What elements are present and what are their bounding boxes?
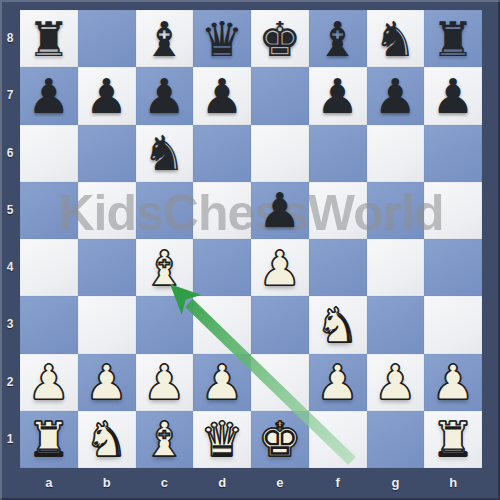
square-a4[interactable] (20, 239, 78, 296)
file-label-e: e (251, 470, 309, 498)
white-pawn-b2[interactable]: ♟ (85, 358, 128, 406)
black-pawn-e5[interactable]: ♟ (258, 186, 301, 234)
black-bishop-c8[interactable]: ♝ (143, 15, 186, 63)
square-h6[interactable] (424, 125, 482, 182)
black-rook-a8[interactable]: ♜ (27, 15, 70, 63)
square-a3[interactable] (20, 296, 78, 353)
white-pawn-c2[interactable]: ♟ (143, 358, 186, 406)
square-e5[interactable]: ♟ (251, 182, 309, 239)
white-pawn-f2[interactable]: ♟ (316, 358, 359, 406)
white-king-e1[interactable]: ♚ (258, 415, 301, 463)
file-label-c: c (136, 470, 194, 498)
black-pawn-f7[interactable]: ♟ (316, 72, 359, 120)
white-pawn-a2[interactable]: ♟ (27, 358, 70, 406)
rank-label-7: 7 (0, 67, 20, 124)
square-d4[interactable] (193, 239, 251, 296)
black-pawn-c7[interactable]: ♟ (143, 72, 186, 120)
black-pawn-h7[interactable]: ♟ (432, 72, 475, 120)
black-pawn-d7[interactable]: ♟ (201, 72, 244, 120)
square-e2[interactable] (251, 354, 309, 411)
rank-label-5: 5 (0, 182, 20, 239)
square-c6[interactable]: ♞ (136, 125, 194, 182)
white-bishop-c1[interactable]: ♝ (143, 415, 186, 463)
square-d3[interactable] (193, 296, 251, 353)
square-d7[interactable]: ♟ (193, 67, 251, 124)
square-g6[interactable] (367, 125, 425, 182)
square-h7[interactable]: ♟ (424, 67, 482, 124)
square-g4[interactable] (367, 239, 425, 296)
black-queen-d8[interactable]: ♛ (201, 15, 244, 63)
square-d5[interactable] (193, 182, 251, 239)
black-pawn-b7[interactable]: ♟ (85, 72, 128, 120)
square-h3[interactable] (424, 296, 482, 353)
white-pawn-h2[interactable]: ♟ (432, 358, 475, 406)
square-f2[interactable]: ♟ (309, 354, 367, 411)
rank-label-3: 3 (0, 296, 20, 353)
square-g3[interactable] (367, 296, 425, 353)
square-d6[interactable] (193, 125, 251, 182)
square-c1[interactable]: ♝ (136, 411, 194, 468)
square-b4[interactable] (78, 239, 136, 296)
square-f1[interactable] (309, 411, 367, 468)
white-knight-b1[interactable]: ♞ (85, 415, 128, 463)
black-rook-h8[interactable]: ♜ (432, 15, 475, 63)
square-c8[interactable]: ♝ (136, 10, 194, 67)
white-pawn-g2[interactable]: ♟ (374, 358, 417, 406)
rank-label-1: 1 (0, 411, 20, 468)
square-g2[interactable]: ♟ (367, 354, 425, 411)
square-e1[interactable]: ♚ (251, 411, 309, 468)
square-b1[interactable]: ♞ (78, 411, 136, 468)
white-rook-a1[interactable]: ♜ (27, 415, 70, 463)
black-knight-c6[interactable]: ♞ (143, 129, 186, 177)
square-g1[interactable] (367, 411, 425, 468)
white-knight-f3[interactable]: ♞ (316, 301, 359, 349)
square-d2[interactable]: ♟ (193, 354, 251, 411)
square-a5[interactable] (20, 182, 78, 239)
square-a8[interactable]: ♜ (20, 10, 78, 67)
square-b2[interactable]: ♟ (78, 354, 136, 411)
white-pawn-d2[interactable]: ♟ (201, 358, 244, 406)
white-bishop-c4[interactable]: ♝ (143, 244, 186, 292)
file-label-g: g (367, 470, 425, 498)
square-c3[interactable] (136, 296, 194, 353)
white-pawn-e4[interactable]: ♟ (258, 244, 301, 292)
square-f7[interactable]: ♟ (309, 67, 367, 124)
square-e4[interactable]: ♟ (251, 239, 309, 296)
square-b8[interactable] (78, 10, 136, 67)
white-queen-d1[interactable]: ♛ (201, 415, 244, 463)
square-c2[interactable]: ♟ (136, 354, 194, 411)
square-f5[interactable] (309, 182, 367, 239)
square-a1[interactable]: ♜ (20, 411, 78, 468)
file-label-f: f (309, 470, 367, 498)
square-g8[interactable]: ♞ (367, 10, 425, 67)
square-h8[interactable]: ♜ (424, 10, 482, 67)
square-e3[interactable] (251, 296, 309, 353)
square-h1[interactable]: ♜ (424, 411, 482, 468)
square-h4[interactable] (424, 239, 482, 296)
file-label-a: a (20, 470, 78, 498)
square-b3[interactable] (78, 296, 136, 353)
square-a2[interactable]: ♟ (20, 354, 78, 411)
chess-diagram-frame: ♜♝♛♚♝♞♜♟♟♟♟♟♟♟♞♟♝♟♞♟♟♟♟♟♟♟♜♞♝♛♚♜ 8765432… (0, 0, 500, 500)
square-e7[interactable] (251, 67, 309, 124)
square-f8[interactable]: ♝ (309, 10, 367, 67)
square-e6[interactable] (251, 125, 309, 182)
square-a6[interactable] (20, 125, 78, 182)
chess-board: ♜♝♛♚♝♞♜♟♟♟♟♟♟♟♞♟♝♟♞♟♟♟♟♟♟♟♜♞♝♛♚♜ (20, 10, 482, 468)
white-rook-h1[interactable]: ♜ (432, 415, 475, 463)
square-g7[interactable]: ♟ (367, 67, 425, 124)
file-label-b: b (78, 470, 136, 498)
black-pawn-a7[interactable]: ♟ (27, 72, 70, 120)
square-h2[interactable]: ♟ (424, 354, 482, 411)
square-b6[interactable] (78, 125, 136, 182)
square-d8[interactable]: ♛ (193, 10, 251, 67)
square-f6[interactable] (309, 125, 367, 182)
square-a7[interactable]: ♟ (20, 67, 78, 124)
square-h5[interactable] (424, 182, 482, 239)
square-g5[interactable] (367, 182, 425, 239)
square-b5[interactable] (78, 182, 136, 239)
square-e8[interactable]: ♚ (251, 10, 309, 67)
black-bishop-f8[interactable]: ♝ (316, 15, 359, 63)
square-d1[interactable]: ♛ (193, 411, 251, 468)
black-knight-g8[interactable]: ♞ (374, 15, 417, 63)
square-c7[interactable]: ♟ (136, 67, 194, 124)
rank-label-8: 8 (0, 10, 20, 67)
rank-label-4: 4 (0, 239, 20, 296)
square-f3[interactable]: ♞ (309, 296, 367, 353)
file-label-h: h (424, 470, 482, 498)
black-pawn-g7[interactable]: ♟ (374, 72, 417, 120)
rank-label-6: 6 (0, 125, 20, 182)
square-c4[interactable]: ♝ (136, 239, 194, 296)
square-f4[interactable] (309, 239, 367, 296)
black-king-e8[interactable]: ♚ (258, 15, 301, 63)
file-label-d: d (193, 470, 251, 498)
rank-label-2: 2 (0, 354, 20, 411)
square-c5[interactable] (136, 182, 194, 239)
square-b7[interactable]: ♟ (78, 67, 136, 124)
